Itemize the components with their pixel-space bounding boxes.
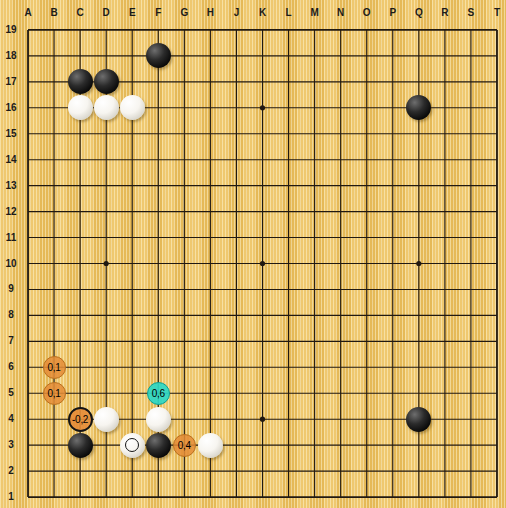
white-stone-E3 [120, 433, 145, 458]
white-stone-F4 [146, 407, 171, 432]
black-stone-F3 [146, 433, 171, 458]
star-point-Q10 [416, 261, 421, 266]
star-point-K4 [260, 417, 265, 422]
white-stone-H3 [198, 433, 223, 458]
white-stone-E16 [120, 95, 145, 120]
analysis-circle-F5[interactable]: 0,6 [147, 382, 170, 405]
black-stone-Q4 [406, 407, 431, 432]
black-stone-D17 [94, 69, 119, 94]
analysis-circle-B6[interactable]: 0,1 [43, 356, 66, 379]
white-stone-D16 [94, 95, 119, 120]
black-stone-C17 [68, 69, 93, 94]
white-stone-D4 [94, 407, 119, 432]
star-point-K10 [260, 261, 265, 266]
go-analysis-board: ABCDEFGHJKLMNOPQRST 19181716151413121110… [0, 0, 506, 508]
last-move-circle-marker [125, 438, 139, 452]
white-stone-C16 [68, 95, 93, 120]
star-point-K16 [260, 105, 265, 110]
star-point-D10 [104, 261, 109, 266]
black-stone-C3 [68, 433, 93, 458]
analysis-circle-C4[interactable]: -0,2 [68, 407, 93, 432]
analysis-circle-B5[interactable]: 0,1 [43, 382, 66, 405]
go-board-grid[interactable]: 0,10,1-0,20,60,4 [15, 17, 506, 508]
analysis-circle-G3[interactable]: 0,4 [173, 434, 196, 457]
